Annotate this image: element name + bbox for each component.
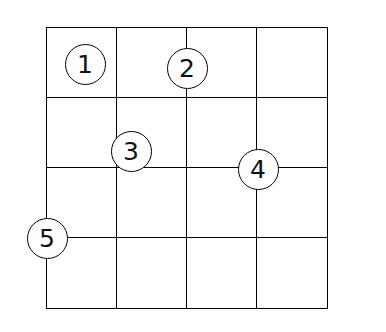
circle-marker-3: 3: [111, 131, 152, 172]
grid-cell-r2c1: [47, 98, 117, 168]
circle-marker-4: 4: [238, 149, 279, 190]
grid-cell-r3c2: [117, 168, 187, 238]
circle-marker-5: 5: [27, 218, 68, 259]
grid-cell-r4c4: [257, 238, 327, 308]
circle-marker-2: 2: [167, 48, 208, 89]
circle-marker-1: 1: [65, 44, 106, 85]
grid-cell-r4c3: [187, 238, 257, 308]
grid-cell-r1c4: [257, 28, 327, 98]
diagram-canvas: 12345: [0, 0, 386, 332]
grid-cell-r4c2: [117, 238, 187, 308]
